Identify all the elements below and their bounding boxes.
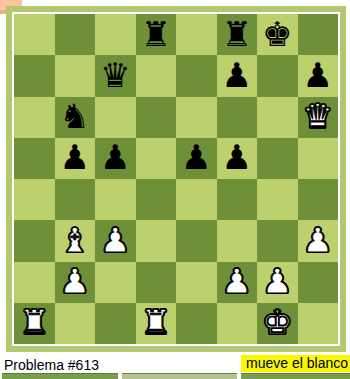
bottom-divider-middle bbox=[122, 373, 237, 379]
square-f6[interactable] bbox=[217, 97, 258, 138]
piece-white-rook[interactable]: ♜ bbox=[141, 305, 171, 339]
piece-white-pawn[interactable]: ♟ bbox=[303, 223, 333, 257]
square-b5[interactable]: ♟ bbox=[55, 138, 96, 179]
square-g4[interactable] bbox=[257, 179, 298, 220]
square-d7[interactable] bbox=[136, 55, 177, 96]
piece-black-pawn[interactable]: ♟ bbox=[181, 140, 211, 174]
square-d2[interactable] bbox=[136, 262, 177, 303]
chess-board: ♜♜♚♛♟♟♞♛♟♟♟♟♝♟♟♟♟♟♜♜♚ bbox=[12, 12, 340, 346]
square-h4[interactable] bbox=[298, 179, 339, 220]
square-c4[interactable] bbox=[95, 179, 136, 220]
piece-black-rook[interactable]: ♜ bbox=[222, 17, 252, 51]
piece-white-pawn[interactable]: ♟ bbox=[60, 264, 90, 298]
square-c1[interactable] bbox=[95, 303, 136, 344]
square-c6[interactable] bbox=[95, 97, 136, 138]
square-e2[interactable] bbox=[176, 262, 217, 303]
square-a7[interactable] bbox=[14, 55, 55, 96]
square-g2[interactable]: ♟ bbox=[257, 262, 298, 303]
square-e5[interactable]: ♟ bbox=[176, 138, 217, 179]
square-g7[interactable] bbox=[257, 55, 298, 96]
square-d5[interactable] bbox=[136, 138, 177, 179]
piece-white-pawn[interactable]: ♟ bbox=[222, 264, 252, 298]
chess-board-frame: ♜♜♚♛♟♟♞♛♟♟♟♟♝♟♟♟♟♟♜♜♚ bbox=[6, 6, 346, 352]
square-h6[interactable]: ♛ bbox=[298, 97, 339, 138]
square-d4[interactable] bbox=[136, 179, 177, 220]
piece-white-king[interactable]: ♚ bbox=[262, 305, 292, 339]
piece-black-pawn[interactable]: ♟ bbox=[222, 58, 252, 92]
square-g8[interactable]: ♚ bbox=[257, 14, 298, 55]
square-h5[interactable] bbox=[298, 138, 339, 179]
square-a6[interactable] bbox=[14, 97, 55, 138]
square-h7[interactable]: ♟ bbox=[298, 55, 339, 96]
turn-indicator: mueve el blanco bbox=[241, 355, 350, 372]
square-a5[interactable] bbox=[14, 138, 55, 179]
square-b2[interactable]: ♟ bbox=[55, 262, 96, 303]
piece-black-queen[interactable]: ♛ bbox=[100, 58, 130, 92]
square-e1[interactable] bbox=[176, 303, 217, 344]
square-d3[interactable] bbox=[136, 220, 177, 261]
piece-black-king[interactable]: ♚ bbox=[262, 17, 292, 51]
square-d8[interactable]: ♜ bbox=[136, 14, 177, 55]
square-b3[interactable]: ♝ bbox=[55, 220, 96, 261]
puzzle-page: ♜♜♚♛♟♟♞♛♟♟♟♟♝♟♟♟♟♟♜♜♚ Problema #613 muev… bbox=[0, 0, 350, 379]
bottom-divider-right bbox=[241, 373, 350, 379]
piece-white-queen[interactable]: ♛ bbox=[303, 99, 333, 133]
square-g1[interactable]: ♚ bbox=[257, 303, 298, 344]
square-a2[interactable] bbox=[14, 262, 55, 303]
piece-white-pawn[interactable]: ♟ bbox=[262, 264, 292, 298]
square-d1[interactable]: ♜ bbox=[136, 303, 177, 344]
square-f1[interactable] bbox=[217, 303, 258, 344]
square-a4[interactable] bbox=[14, 179, 55, 220]
square-f5[interactable]: ♟ bbox=[217, 138, 258, 179]
piece-black-pawn[interactable]: ♟ bbox=[60, 140, 90, 174]
square-b7[interactable] bbox=[55, 55, 96, 96]
square-b1[interactable] bbox=[55, 303, 96, 344]
square-f2[interactable]: ♟ bbox=[217, 262, 258, 303]
square-g6[interactable] bbox=[257, 97, 298, 138]
piece-white-rook[interactable]: ♜ bbox=[19, 305, 49, 339]
square-a1[interactable]: ♜ bbox=[14, 303, 55, 344]
square-f8[interactable]: ♜ bbox=[217, 14, 258, 55]
square-a3[interactable] bbox=[14, 220, 55, 261]
bottom-divider-left bbox=[2, 373, 118, 379]
square-b4[interactable] bbox=[55, 179, 96, 220]
piece-white-pawn[interactable]: ♟ bbox=[100, 223, 130, 257]
square-a8[interactable] bbox=[14, 14, 55, 55]
piece-black-pawn[interactable]: ♟ bbox=[100, 140, 130, 174]
square-b8[interactable] bbox=[55, 14, 96, 55]
square-f7[interactable]: ♟ bbox=[217, 55, 258, 96]
square-e6[interactable] bbox=[176, 97, 217, 138]
square-e8[interactable] bbox=[176, 14, 217, 55]
square-h2[interactable] bbox=[298, 262, 339, 303]
square-h3[interactable]: ♟ bbox=[298, 220, 339, 261]
square-c2[interactable] bbox=[95, 262, 136, 303]
square-e3[interactable] bbox=[176, 220, 217, 261]
square-c7[interactable]: ♛ bbox=[95, 55, 136, 96]
square-h1[interactable] bbox=[298, 303, 339, 344]
square-f4[interactable] bbox=[217, 179, 258, 220]
square-e4[interactable] bbox=[176, 179, 217, 220]
square-g5[interactable] bbox=[257, 138, 298, 179]
piece-white-bishop[interactable]: ♝ bbox=[60, 223, 90, 257]
square-h8[interactable] bbox=[298, 14, 339, 55]
square-b6[interactable]: ♞ bbox=[55, 97, 96, 138]
piece-black-rook[interactable]: ♜ bbox=[141, 17, 171, 51]
square-e7[interactable] bbox=[176, 55, 217, 96]
piece-black-knight[interactable]: ♞ bbox=[60, 99, 90, 133]
piece-black-pawn[interactable]: ♟ bbox=[222, 140, 252, 174]
problem-label: Problema #613 bbox=[4, 357, 99, 373]
square-d6[interactable] bbox=[136, 97, 177, 138]
square-c3[interactable]: ♟ bbox=[95, 220, 136, 261]
square-c5[interactable]: ♟ bbox=[95, 138, 136, 179]
piece-black-pawn[interactable]: ♟ bbox=[303, 58, 333, 92]
square-g3[interactable] bbox=[257, 220, 298, 261]
square-c8[interactable] bbox=[95, 14, 136, 55]
square-f3[interactable] bbox=[217, 220, 258, 261]
